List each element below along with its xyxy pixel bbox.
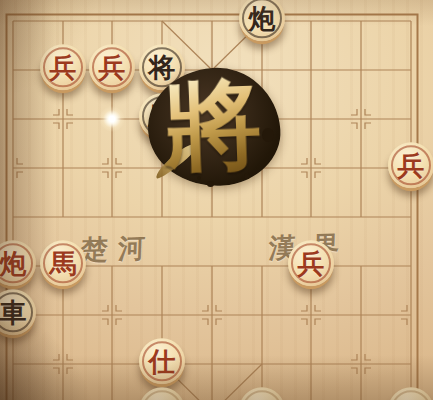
piece-unknown-cut-off-piece[interactable] [388, 387, 433, 400]
piece-unknown-cut-off-piece[interactable] [139, 387, 185, 400]
xiangqi-board-screenshot: 楚河 漢界 炮兵兵将馬兵炮馬兵車仕 將 [0, 0, 433, 400]
piece-black-cannon[interactable]: 炮 [239, 0, 285, 41]
piece-black-chariot[interactable]: 車 [0, 289, 36, 335]
piece-unknown-cut-off-piece[interactable] [239, 387, 285, 400]
piece-glyph: 馬 [40, 240, 86, 286]
piece-glyph: 炮 [239, 0, 285, 41]
piece-black-general[interactable]: 将 [139, 44, 185, 90]
river-label-chu-he: 楚河 [80, 230, 155, 269]
piece-black-horse[interactable]: 馬 [139, 93, 185, 139]
piece-red-soldier[interactable]: 兵 [40, 44, 86, 90]
piece-red-horse[interactable]: 馬 [40, 240, 86, 286]
last-move-origin-glow [99, 106, 125, 132]
piece-red-advisor[interactable]: 仕 [139, 338, 185, 384]
piece-glyph: 炮 [0, 240, 36, 286]
piece-red-soldier[interactable]: 兵 [388, 142, 433, 188]
piece-glyph: 兵 [288, 240, 334, 286]
piece-glyph: 車 [0, 289, 36, 335]
piece-glyph: 馬 [139, 93, 185, 139]
piece-glyph: 仕 [139, 338, 185, 384]
piece-glyph [239, 387, 285, 400]
piece-glyph: 兵 [388, 142, 433, 188]
piece-glyph: 兵 [89, 44, 135, 90]
piece-glyph: 兵 [40, 44, 86, 90]
piece-red-soldier[interactable]: 兵 [89, 44, 135, 90]
piece-glyph [388, 387, 433, 400]
piece-glyph [139, 387, 185, 400]
piece-red-cannon[interactable]: 炮 [0, 240, 36, 286]
piece-red-soldier[interactable]: 兵 [288, 240, 334, 286]
piece-glyph: 将 [139, 44, 185, 90]
